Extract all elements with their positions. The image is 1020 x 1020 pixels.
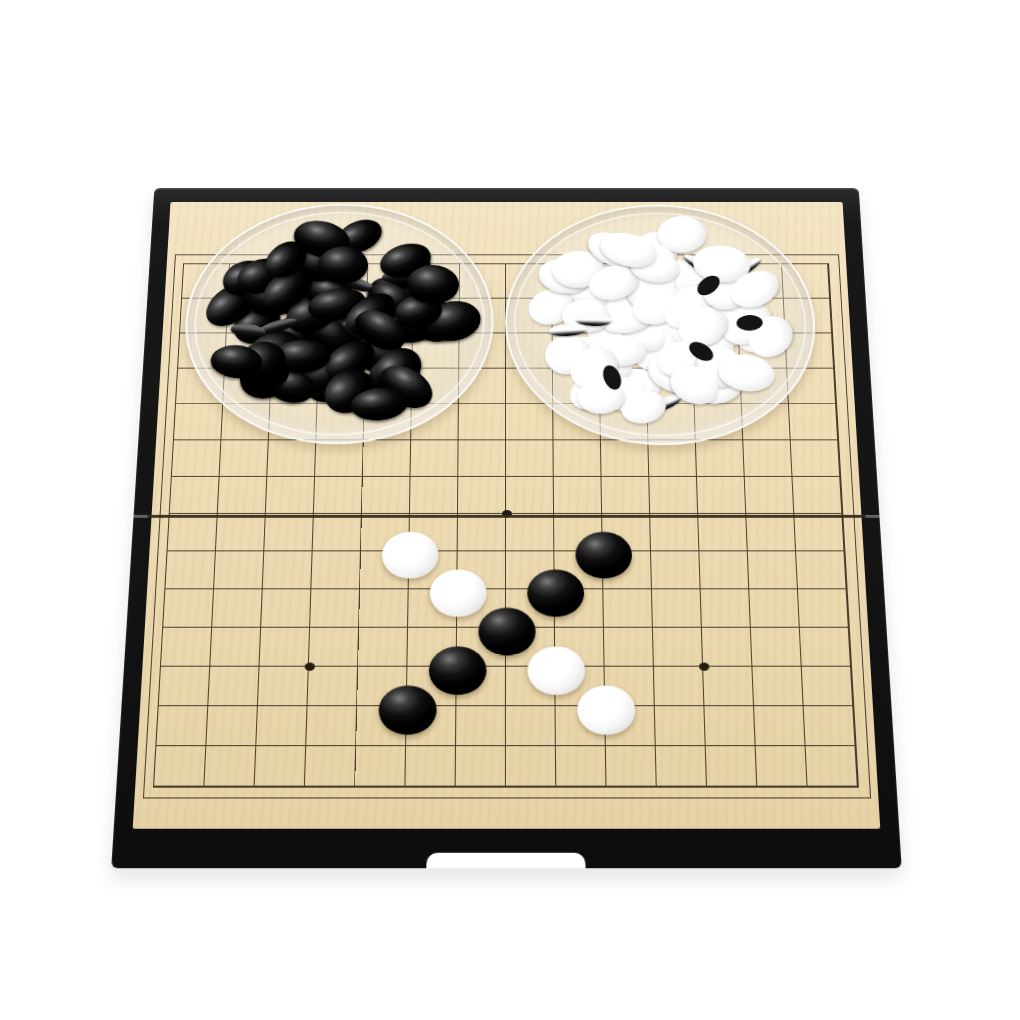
board-intersection[interactable] bbox=[530, 422, 578, 458]
board-intersection[interactable] bbox=[233, 686, 284, 726]
board-intersection[interactable] bbox=[482, 533, 531, 571]
product-photo-scene bbox=[0, 0, 1020, 1020]
board-intersection[interactable] bbox=[681, 726, 732, 766]
board-intersection[interactable] bbox=[195, 459, 245, 496]
latch-notch bbox=[426, 853, 585, 868]
board-intersection[interactable] bbox=[339, 459, 388, 496]
board-intersection[interactable] bbox=[530, 459, 578, 496]
board-intersection[interactable] bbox=[628, 570, 678, 608]
board-intersection[interactable] bbox=[680, 686, 731, 726]
black-stone[interactable] bbox=[428, 646, 486, 695]
go-board[interactable] bbox=[111, 188, 902, 868]
white-stone[interactable] bbox=[527, 646, 585, 695]
board-intersection[interactable] bbox=[728, 647, 779, 686]
board-intersection[interactable] bbox=[780, 726, 832, 766]
board-intersection[interactable] bbox=[730, 726, 782, 766]
board-intersection[interactable] bbox=[281, 726, 332, 766]
board-intersection[interactable] bbox=[384, 608, 434, 647]
board-intersection[interactable] bbox=[772, 533, 822, 571]
board-intersection[interactable] bbox=[435, 459, 483, 496]
board-intersection[interactable] bbox=[580, 647, 630, 686]
board-intersection[interactable] bbox=[676, 570, 726, 608]
board-intersection[interactable] bbox=[582, 766, 633, 807]
board-intersection[interactable] bbox=[805, 247, 853, 281]
board-intersection[interactable] bbox=[332, 686, 383, 726]
board-intersection[interactable] bbox=[828, 686, 880, 726]
board-intersection[interactable] bbox=[629, 608, 679, 647]
board-intersection[interactable] bbox=[775, 608, 826, 647]
board-intersection[interactable] bbox=[482, 686, 532, 726]
board-intersection[interactable] bbox=[782, 766, 834, 807]
fold-hinge-line bbox=[133, 515, 879, 518]
board-intersection[interactable] bbox=[580, 608, 630, 647]
board-intersection[interactable] bbox=[483, 422, 531, 458]
board-intersection[interactable] bbox=[675, 533, 725, 571]
board-intersection[interactable] bbox=[673, 459, 722, 496]
board-intersection[interactable] bbox=[820, 533, 871, 571]
board-intersection[interactable] bbox=[337, 533, 386, 571]
board-intersection[interactable] bbox=[532, 766, 583, 807]
board-intersection[interactable] bbox=[729, 686, 780, 726]
board-intersection[interactable] bbox=[138, 608, 189, 647]
board-intersection[interactable] bbox=[481, 726, 531, 766]
board-intersection[interactable] bbox=[236, 608, 287, 647]
board-intersection[interactable] bbox=[133, 686, 185, 726]
board-intersection[interactable] bbox=[287, 570, 337, 608]
board-intersection[interactable] bbox=[181, 726, 233, 766]
board-intersection[interactable] bbox=[625, 459, 674, 496]
black-stone[interactable] bbox=[527, 570, 584, 617]
board-intersection[interactable] bbox=[629, 647, 679, 686]
board-intersection[interactable] bbox=[197, 422, 246, 458]
board-intersection[interactable] bbox=[331, 726, 382, 766]
board-intersection[interactable] bbox=[333, 647, 383, 686]
board-intersection[interactable] bbox=[808, 316, 857, 351]
board-intersection[interactable] bbox=[284, 647, 335, 686]
board-intersection[interactable] bbox=[812, 386, 861, 422]
board-intersection[interactable] bbox=[678, 647, 729, 686]
board-intersection[interactable] bbox=[280, 766, 332, 807]
black-stone[interactable] bbox=[478, 608, 535, 656]
board-intersection[interactable] bbox=[183, 686, 235, 726]
board-intersection[interactable] bbox=[235, 647, 286, 686]
board-intersection[interactable] bbox=[387, 459, 435, 496]
board-intersection[interactable] bbox=[682, 766, 734, 807]
board-intersection[interactable] bbox=[240, 533, 290, 571]
board-intersection[interactable] bbox=[723, 533, 773, 571]
board-intersection[interactable] bbox=[482, 570, 531, 608]
board-intersection[interactable] bbox=[191, 533, 241, 571]
board-intersection[interactable] bbox=[773, 570, 824, 608]
board-intersection[interactable] bbox=[431, 726, 481, 766]
board-intersection[interactable] bbox=[531, 726, 581, 766]
board-intersection[interactable] bbox=[380, 766, 431, 807]
board-intersection[interactable] bbox=[152, 386, 201, 422]
board-intersection[interactable] bbox=[578, 459, 626, 496]
black-stone[interactable] bbox=[575, 532, 632, 579]
board-intersection[interactable] bbox=[778, 686, 830, 726]
board-intersection[interactable] bbox=[721, 459, 770, 496]
board-intersection[interactable] bbox=[136, 647, 188, 686]
board-intersection[interactable] bbox=[768, 459, 818, 496]
board-intersection[interactable] bbox=[189, 570, 240, 608]
board-intersection[interactable] bbox=[826, 647, 878, 686]
board-intersection[interactable] bbox=[777, 647, 828, 686]
board-intersection[interactable] bbox=[291, 459, 340, 496]
board-intersection[interactable] bbox=[285, 608, 335, 647]
board-intersection[interactable] bbox=[481, 766, 531, 807]
board-intersection[interactable] bbox=[531, 533, 580, 571]
board-intersection[interactable] bbox=[185, 647, 236, 686]
board-intersection[interactable] bbox=[150, 422, 200, 458]
tray-stone-white bbox=[548, 323, 587, 337]
board-intersection[interactable] bbox=[133, 766, 181, 807]
board-intersection[interactable] bbox=[483, 386, 530, 422]
board-intersection[interactable] bbox=[133, 726, 183, 766]
board-intersection[interactable] bbox=[187, 608, 238, 647]
white-stone[interactable] bbox=[577, 686, 636, 735]
board-intersection[interactable] bbox=[725, 570, 775, 608]
board-intersection[interactable] bbox=[383, 647, 433, 686]
board-intersection[interactable] bbox=[435, 422, 483, 458]
board-intersection[interactable] bbox=[238, 570, 288, 608]
board-intersection[interactable] bbox=[677, 608, 727, 647]
board-intersection[interactable] bbox=[143, 533, 194, 571]
board-intersection[interactable] bbox=[830, 726, 880, 766]
board-intersection[interactable] bbox=[767, 422, 816, 458]
board-intersection[interactable] bbox=[832, 766, 880, 807]
board-intersection[interactable] bbox=[483, 459, 531, 496]
white-stone[interactable] bbox=[381, 532, 438, 579]
board-intersection[interactable] bbox=[335, 608, 385, 647]
board-intersection[interactable] bbox=[726, 608, 777, 647]
board-intersection[interactable] bbox=[810, 351, 859, 386]
board-intersection[interactable] bbox=[814, 422, 864, 458]
white-stone[interactable] bbox=[429, 570, 486, 617]
board-intersection[interactable] bbox=[330, 766, 381, 807]
board-intersection[interactable] bbox=[288, 533, 338, 571]
board-intersection[interactable] bbox=[434, 533, 483, 571]
board-intersection[interactable] bbox=[632, 766, 683, 807]
board-intersection[interactable] bbox=[822, 570, 873, 608]
board-intersection[interactable] bbox=[627, 533, 676, 571]
board-intersection[interactable] bbox=[824, 608, 875, 647]
tray-stone-black bbox=[318, 246, 369, 284]
board-intersection[interactable] bbox=[140, 570, 191, 608]
board-intersection[interactable] bbox=[336, 570, 386, 608]
board-intersection[interactable] bbox=[179, 766, 231, 807]
board-intersection[interactable] bbox=[243, 459, 292, 496]
board-intersection[interactable] bbox=[630, 686, 681, 726]
board-intersection[interactable] bbox=[816, 459, 866, 496]
board-intersection[interactable] bbox=[231, 726, 283, 766]
board-intersection[interactable] bbox=[147, 459, 197, 496]
board-intersection[interactable] bbox=[282, 686, 333, 726]
board-intersection[interactable] bbox=[431, 766, 482, 807]
board-intersection[interactable] bbox=[732, 766, 784, 807]
board-intersection[interactable] bbox=[631, 726, 682, 766]
board-intersection[interactable] bbox=[229, 766, 281, 807]
